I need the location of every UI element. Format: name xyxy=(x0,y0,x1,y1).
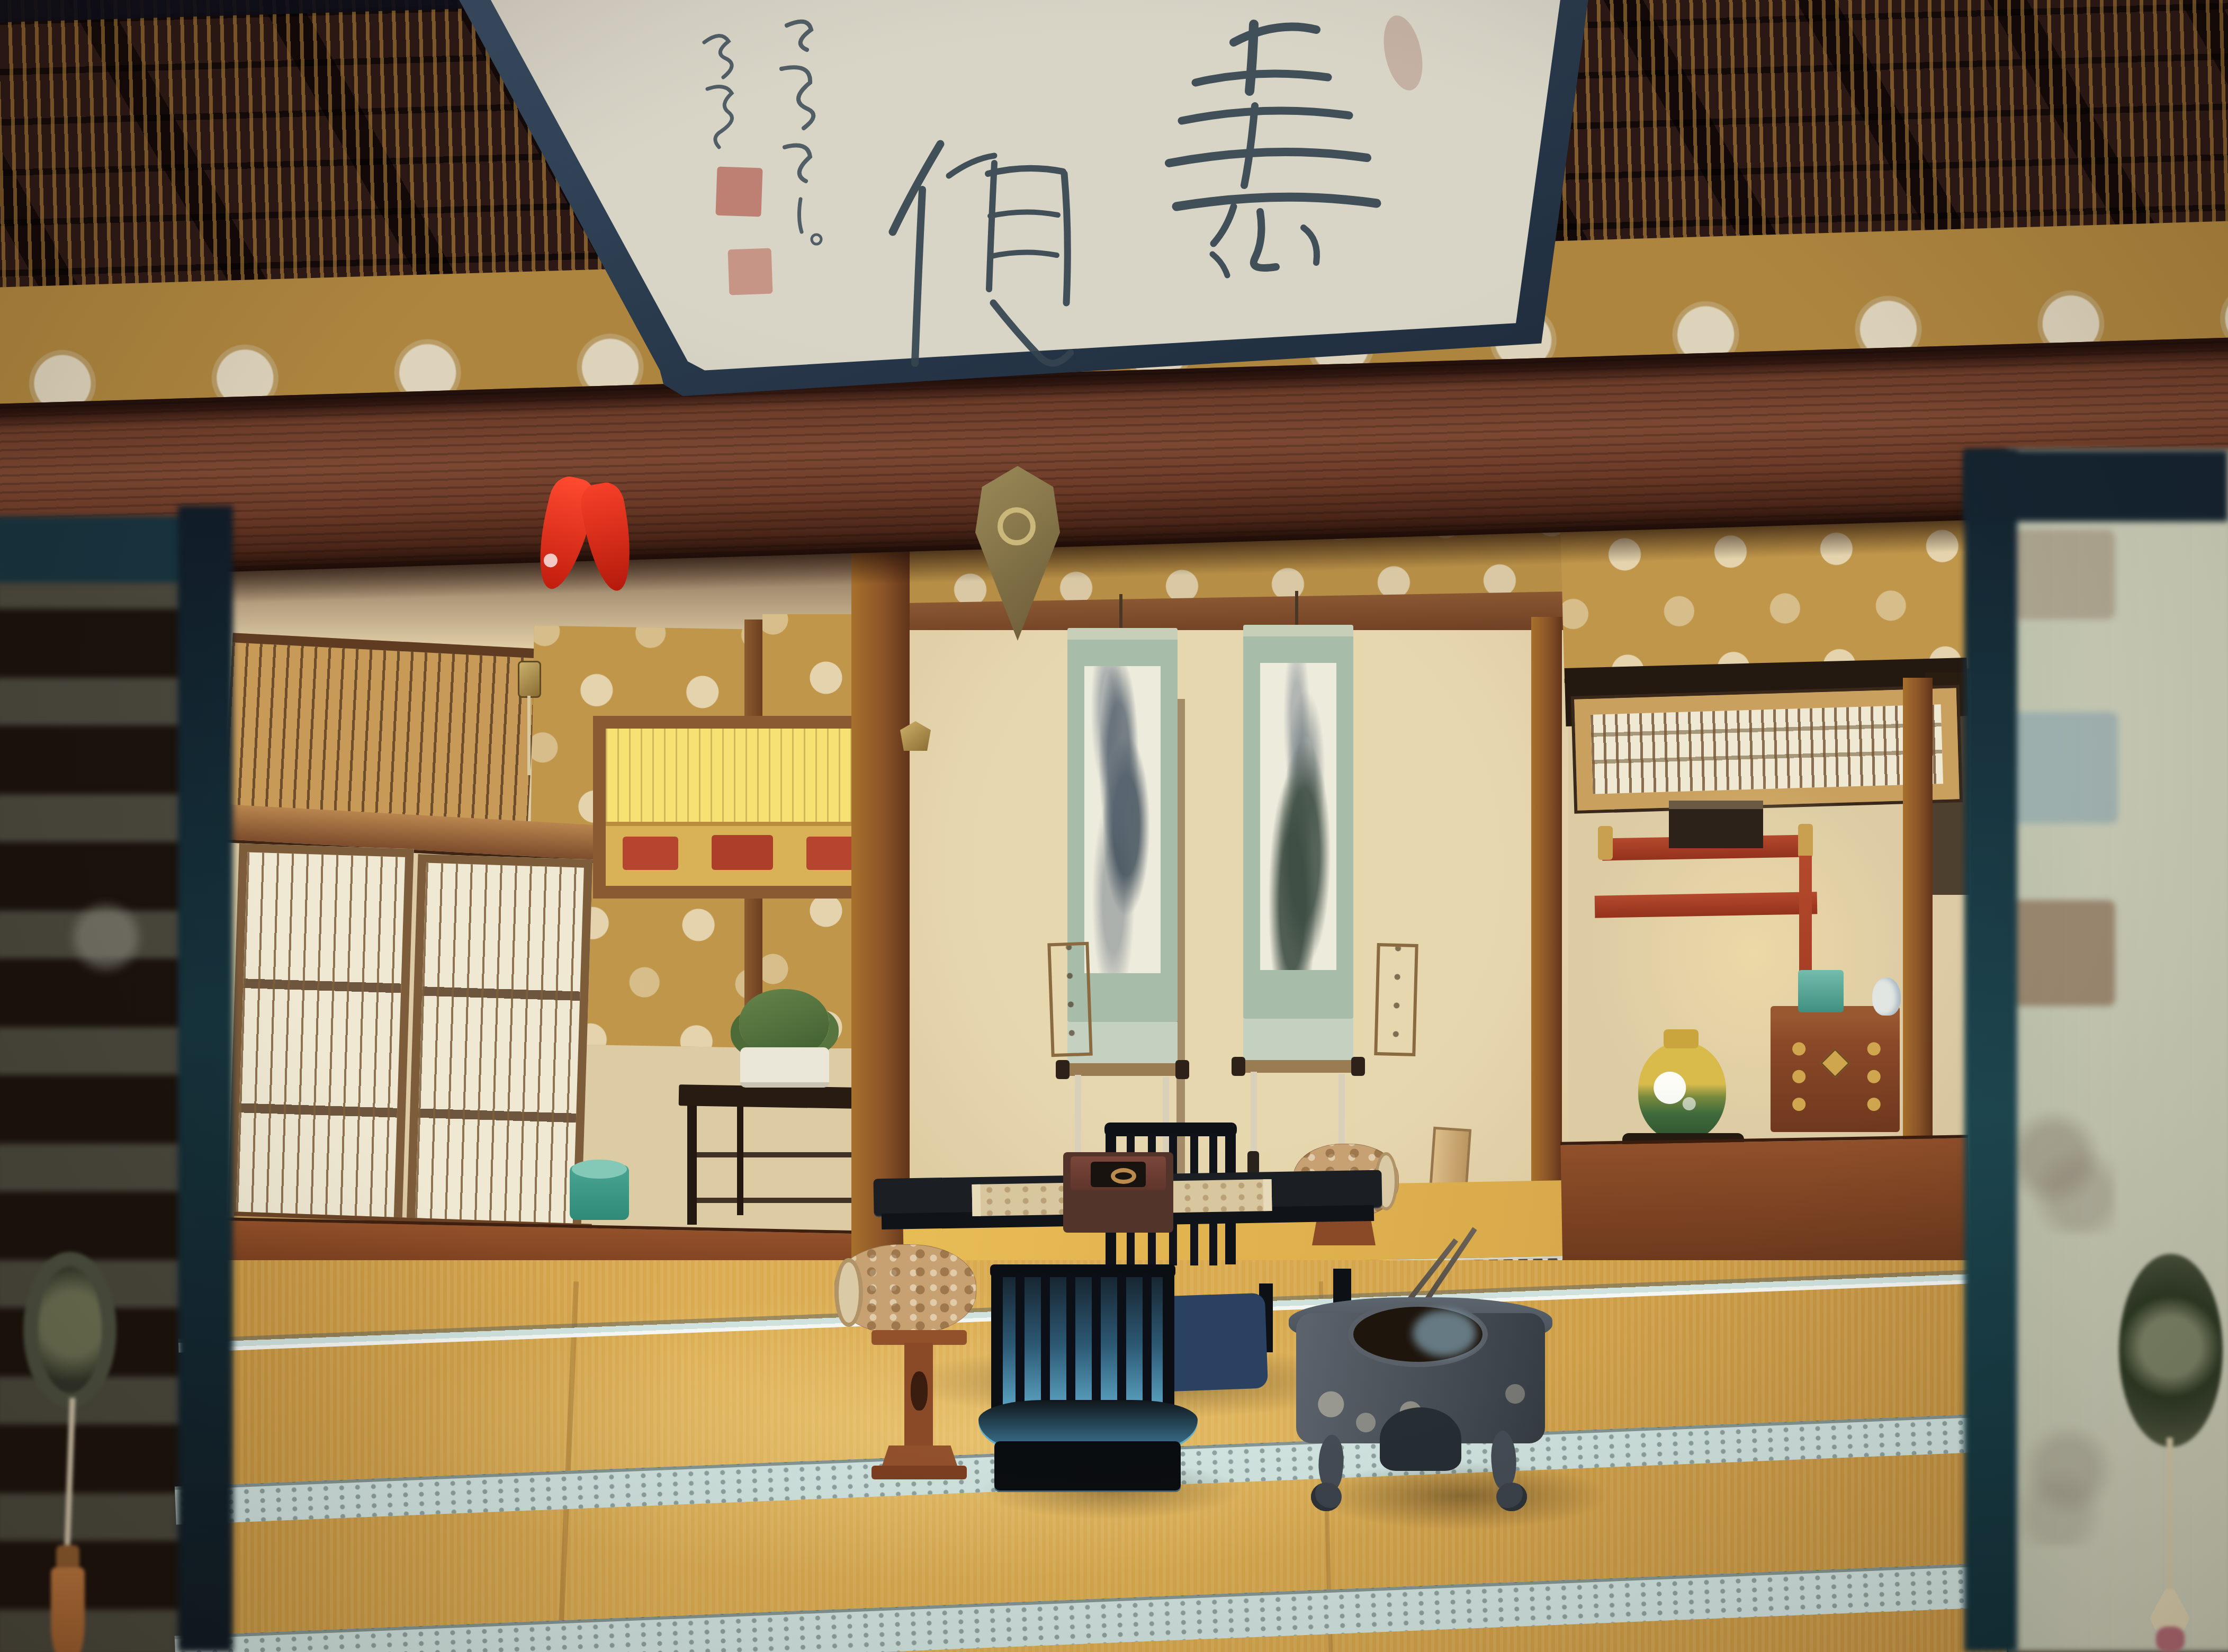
fusuma-right-top-rail xyxy=(1964,450,2228,522)
hikite-right-cord xyxy=(2167,1438,2173,1607)
scroll-weight-l-knob xyxy=(1247,1151,1259,1174)
fusuma-left xyxy=(0,492,185,1652)
wood-tablet-2 xyxy=(1374,943,1418,1056)
stand-hole xyxy=(911,1371,928,1411)
scroll-knob-l xyxy=(1232,1057,1245,1076)
hibachi-group xyxy=(1286,1278,1561,1511)
chair-base xyxy=(994,1441,1181,1492)
fusuma-right-band-brown xyxy=(2007,900,2115,1006)
chair-slat xyxy=(1092,1274,1101,1409)
fusuma-right-motif-1 xyxy=(2012,1107,2115,1234)
cloth-red-1 xyxy=(623,837,678,869)
display-shelf-lower-board xyxy=(1595,892,1818,918)
cloth-red-2 xyxy=(712,835,773,869)
chair-slat xyxy=(1143,1274,1152,1409)
bolster-left-endcap xyxy=(834,1258,863,1327)
fusuma-left-top-rail xyxy=(0,516,185,582)
tansu-chest xyxy=(1771,1006,1900,1132)
chair-slat xyxy=(1016,1274,1025,1409)
plaque-calligraphy-strokes xyxy=(408,0,1620,429)
teal-bowl xyxy=(570,1165,629,1220)
side-table-leg-1 xyxy=(687,1106,697,1225)
chili-highlight xyxy=(542,552,559,569)
fusuma-right xyxy=(2007,450,2228,1652)
fusuma-right-edge-trim xyxy=(1964,450,2017,1652)
tansu-lock-plate xyxy=(1820,1048,1850,1079)
alcove-cloth-band xyxy=(606,826,885,886)
teal-bowl-rim xyxy=(572,1160,627,1179)
chair-slat xyxy=(1041,1274,1050,1409)
fusuma-right-band-blue xyxy=(2009,712,2118,823)
wooden-stand xyxy=(872,1330,967,1489)
calligraphy-plaque: 壽脩 庚寅春 曉峯 xyxy=(408,0,1620,429)
scroll-painting xyxy=(1260,663,1336,970)
stand-feet xyxy=(872,1466,967,1479)
scroll-knob-r xyxy=(1351,1057,1365,1076)
photo-stage: Interior of a historic Japanese residenc… xyxy=(0,0,2228,1652)
hibachi-arch-shadow xyxy=(1380,1407,1461,1471)
scroll-painting xyxy=(1084,666,1161,973)
hibachi-foot-right xyxy=(1496,1483,1527,1511)
scroll-skirt xyxy=(1243,1019,1353,1064)
shoji-screen-left xyxy=(227,843,414,1243)
scroll-weight-l xyxy=(1075,1075,1081,1160)
front-zaisu-chair xyxy=(974,1264,1223,1492)
fusuma-left-motif xyxy=(58,895,154,980)
scroll-knob-l xyxy=(1056,1060,1070,1079)
hibachi-foot-left xyxy=(1311,1483,1342,1511)
white-jar-on-chest xyxy=(1872,977,1901,1016)
rail-cord xyxy=(527,696,531,775)
scroll-roller xyxy=(1236,1060,1361,1073)
crest-ring xyxy=(998,507,1036,545)
center-right-post xyxy=(1531,617,1562,1236)
chair-slat xyxy=(1066,1274,1075,1409)
scroll-weight-l xyxy=(1251,1072,1257,1156)
right-wall-post xyxy=(1903,678,1933,1207)
hibachi-inner-highlight xyxy=(1413,1310,1476,1357)
chair-stile-l xyxy=(991,1268,1003,1408)
hikite-left-tassel xyxy=(51,1567,85,1652)
shelf-black-box xyxy=(1669,801,1763,848)
hanging-scroll-right xyxy=(1243,586,1353,1168)
alcove-shoji-glow xyxy=(606,729,885,826)
scroll-roller xyxy=(1060,1063,1185,1076)
shelf-end-cap-2 xyxy=(1798,824,1813,858)
fusuma-right-motif-2 xyxy=(2017,1419,2118,1546)
scroll-knob-r xyxy=(1175,1060,1189,1079)
hanging-scroll-left xyxy=(1067,589,1178,1171)
hikite-pull-left xyxy=(23,1252,116,1408)
teal-box-on-chest xyxy=(1798,970,1844,1012)
shoji-screen-right xyxy=(406,854,593,1246)
cloisonne-vase xyxy=(1638,1042,1726,1142)
hikite-pull-right xyxy=(2119,1254,2223,1447)
smoking-box xyxy=(1063,1152,1173,1233)
rail-metal-fitting xyxy=(518,661,541,698)
bonsai-pot xyxy=(740,1047,829,1088)
chair-slat xyxy=(1117,1274,1126,1409)
vase-neck xyxy=(1664,1029,1699,1048)
fusuma-right-band-taupe xyxy=(2012,529,2115,619)
hikite-right-tassel-tip xyxy=(2156,1627,2185,1652)
smoking-box-ring xyxy=(1111,1168,1136,1184)
chair-stile-r xyxy=(1163,1268,1174,1408)
wood-tablet-1 xyxy=(1047,942,1092,1057)
fusuma-left-edge-trim xyxy=(178,506,233,1652)
shelf-end-cap-1 xyxy=(1598,826,1613,860)
